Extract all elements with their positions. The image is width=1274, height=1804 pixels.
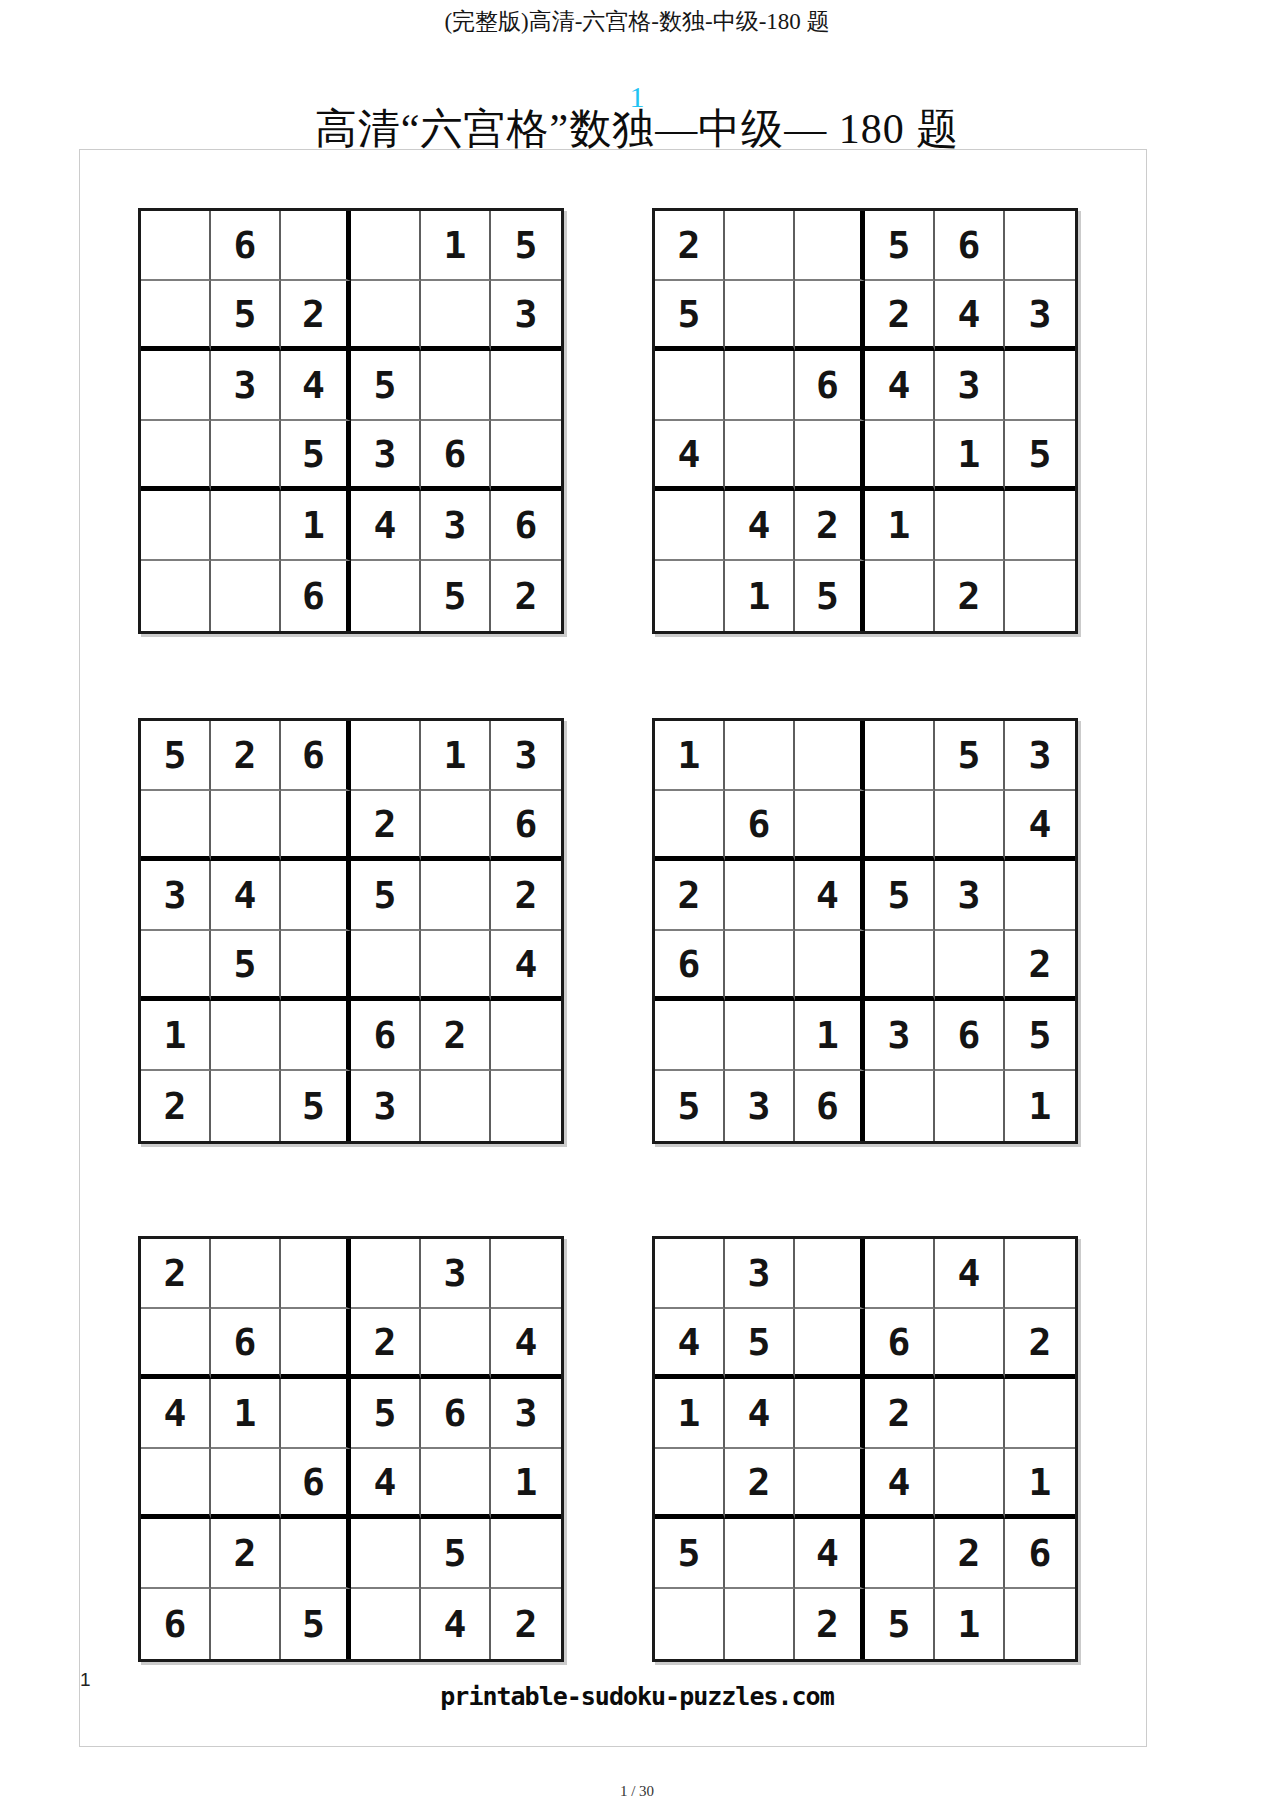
sudoku-cell <box>211 1001 281 1071</box>
sudoku-cell: 6 <box>421 421 491 491</box>
page-title: 高清“六宫格”数独—中级— 180 题 <box>0 108 1274 150</box>
sudoku-cell <box>211 421 281 491</box>
sudoku-cell <box>141 491 211 561</box>
sudoku-cell <box>211 1589 281 1659</box>
sudoku-cell: 5 <box>795 561 865 631</box>
sudoku-cell <box>351 1589 421 1659</box>
sudoku-cell: 5 <box>281 421 351 491</box>
sudoku-cell <box>421 861 491 931</box>
sudoku-cell: 5 <box>1005 1001 1075 1071</box>
sudoku-cell: 4 <box>795 861 865 931</box>
sudoku-cell <box>935 1449 1005 1519</box>
sudoku-cell <box>211 1071 281 1141</box>
sudoku-cell <box>725 1519 795 1589</box>
sudoku-cell: 5 <box>421 1519 491 1589</box>
sudoku-cell <box>725 421 795 491</box>
sudoku-cell <box>491 351 561 421</box>
sudoku-cell: 3 <box>491 1379 561 1449</box>
sudoku-cell: 3 <box>211 351 281 421</box>
sudoku-cell: 6 <box>281 1449 351 1519</box>
sudoku-cell: 4 <box>211 861 281 931</box>
sudoku-cell <box>491 1071 561 1141</box>
sudoku-cell <box>935 1071 1005 1141</box>
sudoku-cell <box>141 1309 211 1379</box>
sudoku-cell <box>211 1449 281 1519</box>
sudoku-cell: 3 <box>351 421 421 491</box>
sudoku-cell: 4 <box>655 1309 725 1379</box>
sudoku-cell <box>141 281 211 351</box>
sudoku-cell: 2 <box>491 561 561 631</box>
sudoku-cell <box>351 1519 421 1589</box>
sudoku-cell: 5 <box>351 861 421 931</box>
sudoku-cell <box>1005 1589 1075 1659</box>
sudoku-cell <box>281 861 351 931</box>
sudoku-cell <box>281 1239 351 1309</box>
sudoku-cell <box>281 1519 351 1589</box>
sudoku-cell: 5 <box>655 281 725 351</box>
sudoku-cell: 3 <box>935 351 1005 421</box>
sudoku-cell: 4 <box>491 931 561 1001</box>
sudoku-cell: 6 <box>795 1071 865 1141</box>
sudoku-cell <box>725 281 795 351</box>
sudoku-cell: 3 <box>491 281 561 351</box>
sudoku-board-3: 5261326345254162253 <box>138 718 564 1144</box>
sudoku-cell <box>421 931 491 1001</box>
sudoku-cell: 4 <box>351 491 421 561</box>
sudoku-cell <box>795 721 865 791</box>
sudoku-cell: 4 <box>865 1449 935 1519</box>
sudoku-cell: 2 <box>351 1309 421 1379</box>
sudoku-cell: 5 <box>211 931 281 1001</box>
sudoku-cell <box>281 1309 351 1379</box>
sudoku-cell <box>655 1239 725 1309</box>
footer-site-text: printable-sudoku-puzzles.com <box>0 1682 1274 1711</box>
sudoku-cell: 1 <box>141 1001 211 1071</box>
sudoku-cell: 3 <box>935 861 1005 931</box>
sudoku-cell: 2 <box>281 281 351 351</box>
sudoku-cell: 1 <box>865 491 935 561</box>
sudoku-cell: 6 <box>281 561 351 631</box>
sudoku-cell: 4 <box>491 1309 561 1379</box>
sudoku-cell: 2 <box>491 861 561 931</box>
sudoku-cell <box>725 931 795 1001</box>
sudoku-cell <box>351 931 421 1001</box>
sudoku-cell: 6 <box>795 351 865 421</box>
sudoku-cell <box>141 1519 211 1589</box>
sudoku-cell: 6 <box>491 791 561 861</box>
sudoku-cell <box>795 211 865 281</box>
sudoku-board-4: 1536424536213655361 <box>652 718 1078 1144</box>
sudoku-board-2: 2565243643415421152 <box>652 208 1078 634</box>
sudoku-cell: 2 <box>795 491 865 561</box>
sudoku-cell <box>795 1239 865 1309</box>
sudoku-cell <box>935 491 1005 561</box>
sudoku-cell: 4 <box>421 1589 491 1659</box>
sudoku-cell: 2 <box>211 721 281 791</box>
sudoku-cell <box>795 791 865 861</box>
sudoku-cell: 3 <box>1005 721 1075 791</box>
page-header: (完整版)高清-六宫格-数独-中级-180 题 <box>0 6 1274 37</box>
sudoku-cell <box>725 1001 795 1071</box>
sudoku-cell <box>1005 1239 1075 1309</box>
sudoku-cell: 3 <box>351 1071 421 1141</box>
sudoku-cell <box>935 1379 1005 1449</box>
sudoku-cell <box>795 1449 865 1519</box>
sudoku-cell: 6 <box>725 791 795 861</box>
sudoku-cell: 1 <box>1005 1449 1075 1519</box>
sudoku-cell <box>1005 861 1075 931</box>
sudoku-cell <box>211 491 281 561</box>
sudoku-cell: 1 <box>655 1379 725 1449</box>
sudoku-cell: 5 <box>421 561 491 631</box>
sudoku-cell <box>1005 561 1075 631</box>
sudoku-cell: 3 <box>491 721 561 791</box>
sudoku-cell <box>935 931 1005 1001</box>
page-number: 1 / 30 <box>0 1783 1274 1800</box>
sudoku-cell: 1 <box>491 1449 561 1519</box>
sudoku-cell <box>141 351 211 421</box>
sudoku-cell: 6 <box>141 1589 211 1659</box>
sudoku-cell: 6 <box>211 211 281 281</box>
sudoku-cell <box>865 561 935 631</box>
sudoku-cell: 6 <box>351 1001 421 1071</box>
sudoku-cell <box>865 1239 935 1309</box>
sudoku-cell <box>281 1379 351 1449</box>
sudoku-cell <box>1005 491 1075 561</box>
sudoku-cell: 4 <box>141 1379 211 1449</box>
sudoku-cell: 3 <box>725 1239 795 1309</box>
sudoku-cell: 6 <box>1005 1519 1075 1589</box>
sudoku-cell: 2 <box>655 861 725 931</box>
sudoku-cell: 5 <box>865 861 935 931</box>
sudoku-cell: 3 <box>725 1071 795 1141</box>
sudoku-cell <box>725 1589 795 1659</box>
sudoku-cell <box>725 351 795 421</box>
sudoku-cell <box>281 211 351 281</box>
sudoku-cell: 3 <box>421 1239 491 1309</box>
sudoku-cell <box>351 561 421 631</box>
sudoku-cell: 2 <box>725 1449 795 1519</box>
sudoku-cell <box>655 561 725 631</box>
sudoku-cell: 3 <box>141 861 211 931</box>
sudoku-cell: 1 <box>725 561 795 631</box>
sudoku-cell <box>865 791 935 861</box>
sudoku-cell <box>655 1001 725 1071</box>
sudoku-cell: 5 <box>351 1379 421 1449</box>
sudoku-board-5: 2362441563641256542 <box>138 1236 564 1662</box>
sudoku-cell: 2 <box>141 1239 211 1309</box>
sudoku-cell <box>421 281 491 351</box>
sudoku-cell <box>935 1309 1005 1379</box>
sudoku-cell: 2 <box>351 791 421 861</box>
sudoku-cell <box>281 791 351 861</box>
sudoku-cell: 2 <box>795 1589 865 1659</box>
sudoku-cell: 5 <box>1005 421 1075 491</box>
sudoku-cell: 1 <box>421 721 491 791</box>
sudoku-board-1: 6155233455361436652 <box>138 208 564 634</box>
sudoku-cell: 5 <box>655 1519 725 1589</box>
sudoku-cell: 4 <box>655 421 725 491</box>
sudoku-cell <box>281 931 351 1001</box>
sudoku-cell: 5 <box>141 721 211 791</box>
sudoku-cell: 1 <box>281 491 351 561</box>
sudoku-cell: 1 <box>211 1379 281 1449</box>
sudoku-cell: 4 <box>935 281 1005 351</box>
sudoku-cell: 5 <box>865 1589 935 1659</box>
sudoku-cell <box>795 1309 865 1379</box>
sudoku-cell: 4 <box>725 491 795 561</box>
sudoku-cell: 5 <box>725 1309 795 1379</box>
sudoku-cell: 1 <box>935 1589 1005 1659</box>
sudoku-cell <box>795 931 865 1001</box>
sudoku-cell <box>1005 211 1075 281</box>
sudoku-cell <box>211 1239 281 1309</box>
sudoku-cell <box>935 791 1005 861</box>
sudoku-cell <box>421 1309 491 1379</box>
sudoku-cell <box>655 491 725 561</box>
sudoku-cell: 2 <box>1005 1309 1075 1379</box>
sudoku-cell <box>351 721 421 791</box>
sudoku-cell <box>865 1071 935 1141</box>
sudoku-cell <box>141 1449 211 1519</box>
sudoku-cell <box>351 281 421 351</box>
sudoku-cell <box>865 1519 935 1589</box>
sudoku-cell: 1 <box>935 421 1005 491</box>
sudoku-cell: 3 <box>1005 281 1075 351</box>
sudoku-cell <box>655 351 725 421</box>
sudoku-cell <box>421 1449 491 1519</box>
sudoku-cell <box>491 1519 561 1589</box>
sudoku-cell: 4 <box>865 351 935 421</box>
sudoku-cell <box>1005 1379 1075 1449</box>
sudoku-cell: 5 <box>655 1071 725 1141</box>
sudoku-cell: 4 <box>935 1239 1005 1309</box>
sudoku-cell <box>421 791 491 861</box>
sudoku-cell: 3 <box>421 491 491 561</box>
sudoku-cell: 5 <box>351 351 421 421</box>
sudoku-cell: 5 <box>865 211 935 281</box>
sudoku-cell: 5 <box>491 211 561 281</box>
sudoku-cell <box>795 1379 865 1449</box>
sudoku-cell: 6 <box>655 931 725 1001</box>
sudoku-cell: 4 <box>1005 791 1075 861</box>
sudoku-cell <box>725 721 795 791</box>
sudoku-cell <box>491 1239 561 1309</box>
sudoku-cell: 2 <box>141 1071 211 1141</box>
sudoku-cell: 2 <box>935 1519 1005 1589</box>
sudoku-cell: 2 <box>865 1379 935 1449</box>
sudoku-cell <box>865 421 935 491</box>
sudoku-cell: 5 <box>211 281 281 351</box>
sudoku-cell <box>211 561 281 631</box>
sudoku-cell: 1 <box>655 721 725 791</box>
sudoku-cell <box>491 421 561 491</box>
sudoku-cell: 2 <box>421 1001 491 1071</box>
sudoku-cell: 1 <box>795 1001 865 1071</box>
sudoku-cell: 6 <box>935 211 1005 281</box>
sudoku-cell <box>141 211 211 281</box>
sudoku-cell <box>725 861 795 931</box>
sudoku-cell <box>1005 351 1075 421</box>
sudoku-cell: 4 <box>725 1379 795 1449</box>
sudoku-cell: 2 <box>1005 931 1075 1001</box>
sudoku-cell <box>725 211 795 281</box>
sudoku-cell: 6 <box>281 721 351 791</box>
sudoku-cell: 3 <box>865 1001 935 1071</box>
sudoku-board-6: 3445621422415426251 <box>652 1236 1078 1662</box>
sudoku-cell <box>795 421 865 491</box>
sudoku-cell: 4 <box>795 1519 865 1589</box>
sudoku-cell <box>655 791 725 861</box>
sudoku-cell: 5 <box>281 1589 351 1659</box>
sudoku-cell <box>865 721 935 791</box>
sudoku-cell <box>795 281 865 351</box>
sudoku-cell: 4 <box>281 351 351 421</box>
sudoku-cell: 6 <box>491 491 561 561</box>
sudoku-cell <box>211 791 281 861</box>
sudoku-cell <box>141 791 211 861</box>
sudoku-cell <box>141 931 211 1001</box>
sudoku-cell <box>351 211 421 281</box>
sudoku-cell <box>421 351 491 421</box>
sudoku-cell: 6 <box>935 1001 1005 1071</box>
sudoku-cell: 5 <box>281 1071 351 1141</box>
sudoku-cell <box>141 421 211 491</box>
sudoku-cell: 2 <box>655 211 725 281</box>
sudoku-cell <box>281 1001 351 1071</box>
sudoku-cell <box>421 1071 491 1141</box>
sudoku-cell: 6 <box>211 1309 281 1379</box>
sudoku-cell: 5 <box>935 721 1005 791</box>
sudoku-cell <box>351 1239 421 1309</box>
sudoku-cell: 2 <box>491 1589 561 1659</box>
sudoku-cell <box>655 1589 725 1659</box>
sudoku-cell <box>655 1449 725 1519</box>
sudoku-cell: 2 <box>865 281 935 351</box>
sudoku-cell: 6 <box>421 1379 491 1449</box>
sudoku-cell <box>865 931 935 1001</box>
sudoku-cell: 4 <box>351 1449 421 1519</box>
sudoku-cell <box>491 1001 561 1071</box>
sudoku-cell <box>141 561 211 631</box>
sudoku-cell: 1 <box>421 211 491 281</box>
sudoku-cell: 6 <box>865 1309 935 1379</box>
sudoku-cell: 2 <box>935 561 1005 631</box>
sudoku-cell: 1 <box>1005 1071 1075 1141</box>
sudoku-cell: 2 <box>211 1519 281 1589</box>
